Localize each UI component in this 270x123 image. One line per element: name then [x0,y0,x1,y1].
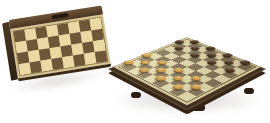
checker-piece-light [138,60,152,66]
checker-piece-dark [221,52,234,58]
board-cell [213,75,230,83]
folded-checkers-box [2,4,114,98]
open-checkers-board [105,18,270,123]
box-front [9,5,112,81]
checker-piece-dark [188,52,201,58]
checker-piece-dark [239,60,253,66]
checker-piece-dark [223,67,237,73]
checkers-grid [121,40,254,101]
product-photo [0,0,270,123]
checker-piece-dark [188,39,201,44]
checker-piece-light [140,52,153,58]
checker-piece-dark [222,60,236,66]
checker-piece-light [171,75,186,82]
board-foot [131,92,141,98]
carry-handle-slot [51,13,68,20]
folded-box-body [2,5,111,82]
checker-piece-light [154,67,168,73]
checker-piece-light [137,67,151,73]
checker-piece-dark [204,46,217,51]
checker-piece-light [122,60,136,66]
board-foot [244,88,254,94]
